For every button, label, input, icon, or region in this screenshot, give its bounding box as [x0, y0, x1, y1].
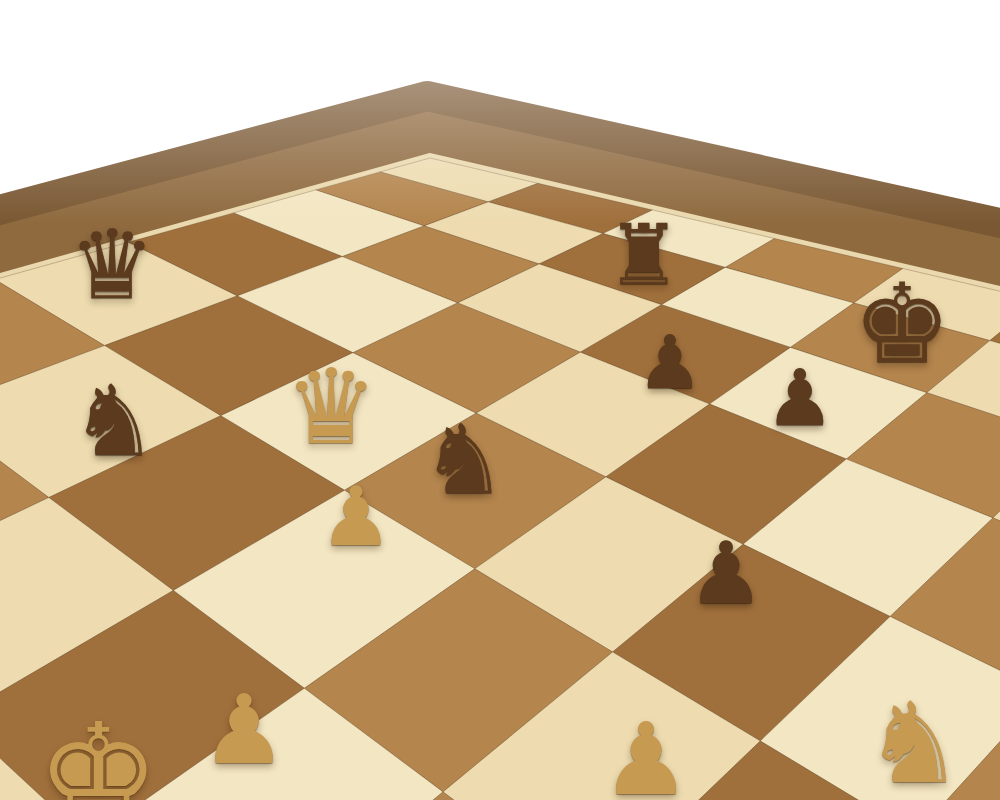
- piece-white-pawn-b4[interactable]: ♟: [319, 476, 393, 558]
- chess-photo-scene: ♜ ♛ ♚ ♟ ♟ ♛ ♞ ♞ ♟ ♟ ♟ ♞ ♟ ♚: [0, 0, 1000, 800]
- piece-black-pawn-e7[interactable]: ♟: [765, 359, 835, 437]
- piece-black-queen-a7[interactable]: ♛: [69, 217, 155, 313]
- piece-black-king-e8[interactable]: ♚: [853, 269, 952, 379]
- piece-black-pawn-d7[interactable]: ♟: [637, 325, 703, 399]
- piece-black-knight-a5[interactable]: ♞: [70, 372, 158, 470]
- piece-white-queen-b5[interactable]: ♛: [284, 355, 377, 459]
- piece-black-pawn-f5[interactable]: ♟: [687, 530, 764, 616]
- piece-white-pawn-f4[interactable]: ♟: [601, 710, 691, 800]
- piece-black-rook-c8[interactable]: ♜: [606, 213, 681, 297]
- piece-white-knight-h4[interactable]: ♞: [864, 687, 964, 799]
- piece-white-pawn-b3[interactable]: ♟: [201, 682, 287, 778]
- piece-white-king-a2[interactable]: ♚: [36, 706, 160, 800]
- piece-black-knight-c4[interactable]: ♞: [421, 412, 507, 508]
